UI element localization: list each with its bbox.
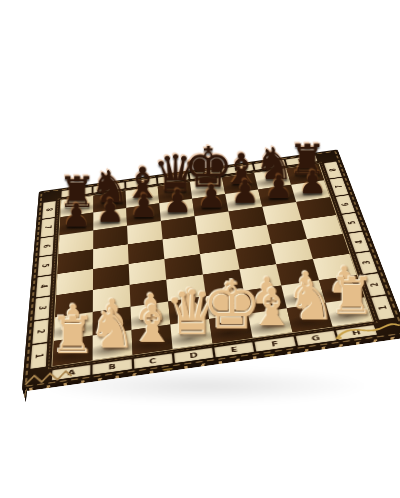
piece-white-rook[interactable]: ♜ bbox=[316, 270, 388, 321]
product-photo-stage: ABCDEFGH ABCDEFGH 87654321 87654321 ♜♞♝♛… bbox=[0, 0, 400, 498]
square-a5[interactable] bbox=[57, 249, 93, 274]
square-c4[interactable] bbox=[129, 259, 167, 285]
chess-board[interactable]: ABCDEFGH ABCDEFGH 87654321 87654321 ♜♞♝♛… bbox=[22, 150, 400, 390]
coord-label-6: 6 bbox=[39, 236, 54, 256]
square-b5[interactable] bbox=[93, 244, 129, 269]
ground-shadow bbox=[40, 368, 370, 404]
coord-label-4: 4 bbox=[36, 275, 51, 297]
square-d6[interactable] bbox=[161, 216, 197, 239]
